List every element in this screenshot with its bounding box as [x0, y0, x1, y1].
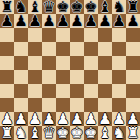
square-j5[interactable]	[126, 70, 140, 84]
piece-black-pawn[interactable]: ♟	[98, 14, 111, 28]
square-i1[interactable]: ♞	[112, 126, 126, 140]
piece-white-bishop[interactable]: ♝	[98, 126, 111, 140]
square-a9[interactable]: ♟	[0, 14, 14, 28]
square-f5[interactable]	[70, 70, 84, 84]
square-d4[interactable]	[42, 84, 56, 98]
piece-white-queen[interactable]: ♛	[42, 126, 55, 140]
square-c5[interactable]	[28, 70, 42, 84]
square-d5[interactable]	[42, 70, 56, 84]
piece-white-knight[interactable]: ♞	[14, 126, 27, 140]
square-e1[interactable]: ♚	[56, 126, 70, 140]
square-c6[interactable]	[28, 56, 42, 70]
square-e6[interactable]	[56, 56, 70, 70]
piece-white-knight[interactable]: ♞	[112, 126, 125, 140]
square-i7[interactable]	[112, 42, 126, 56]
square-f7[interactable]	[70, 42, 84, 56]
chess-board: ♜♞♝♛♚♚♚♝♞♜♟♟♟♟♟♟♟♟♟♟♟♟♟♟♟♟♟♟♟♟♜♞♝♛♚♚♚♝♞♜	[0, 0, 140, 140]
square-a4[interactable]	[0, 84, 14, 98]
square-i4[interactable]	[112, 84, 126, 98]
square-d1[interactable]: ♛	[42, 126, 56, 140]
square-j8[interactable]	[126, 28, 140, 42]
square-e9[interactable]: ♟	[56, 14, 70, 28]
piece-white-bishop[interactable]: ♝	[28, 126, 41, 140]
square-j7[interactable]	[126, 42, 140, 56]
square-c1[interactable]: ♝	[28, 126, 42, 140]
piece-white-king[interactable]: ♚	[70, 126, 83, 140]
square-h9[interactable]: ♟	[98, 14, 112, 28]
piece-white-rook[interactable]: ♜	[0, 126, 13, 140]
piece-white-king[interactable]: ♚	[56, 126, 69, 140]
square-b6[interactable]	[14, 56, 28, 70]
piece-white-king[interactable]: ♚	[84, 126, 97, 140]
square-f8[interactable]	[70, 28, 84, 42]
square-b5[interactable]	[14, 70, 28, 84]
square-b9[interactable]: ♟	[14, 14, 28, 28]
square-j1[interactable]: ♜	[126, 126, 140, 140]
piece-black-pawn[interactable]: ♟	[56, 14, 69, 28]
piece-black-pawn[interactable]: ♟	[112, 14, 125, 28]
square-d7[interactable]	[42, 42, 56, 56]
square-i8[interactable]	[112, 28, 126, 42]
piece-white-rook[interactable]: ♜	[126, 126, 139, 140]
square-h7[interactable]	[98, 42, 112, 56]
square-e7[interactable]	[56, 42, 70, 56]
square-g9[interactable]: ♟	[84, 14, 98, 28]
square-c9[interactable]: ♟	[28, 14, 42, 28]
square-b1[interactable]: ♞	[14, 126, 28, 140]
square-f4[interactable]	[70, 84, 84, 98]
square-e5[interactable]	[56, 70, 70, 84]
square-b4[interactable]	[14, 84, 28, 98]
square-h4[interactable]	[98, 84, 112, 98]
square-g5[interactable]	[84, 70, 98, 84]
piece-black-pawn[interactable]: ♟	[14, 14, 27, 28]
square-j6[interactable]	[126, 56, 140, 70]
square-f1[interactable]: ♚	[70, 126, 84, 140]
square-e4[interactable]	[56, 84, 70, 98]
square-g7[interactable]	[84, 42, 98, 56]
square-f9[interactable]: ♟	[70, 14, 84, 28]
square-c7[interactable]	[28, 42, 42, 56]
square-a5[interactable]	[0, 70, 14, 84]
square-i9[interactable]: ♟	[112, 14, 126, 28]
piece-black-pawn[interactable]: ♟	[42, 14, 55, 28]
square-a8[interactable]	[0, 28, 14, 42]
square-b7[interactable]	[14, 42, 28, 56]
square-f6[interactable]	[70, 56, 84, 70]
square-e8[interactable]	[56, 28, 70, 42]
piece-black-pawn[interactable]: ♟	[0, 14, 13, 28]
square-d6[interactable]	[42, 56, 56, 70]
square-h8[interactable]	[98, 28, 112, 42]
square-d9[interactable]: ♟	[42, 14, 56, 28]
piece-black-pawn[interactable]: ♟	[28, 14, 41, 28]
square-c8[interactable]	[28, 28, 42, 42]
square-j9[interactable]: ♟	[126, 14, 140, 28]
piece-black-pawn[interactable]: ♟	[126, 14, 139, 28]
square-g6[interactable]	[84, 56, 98, 70]
square-a1[interactable]: ♜	[0, 126, 14, 140]
square-g4[interactable]	[84, 84, 98, 98]
square-a7[interactable]	[0, 42, 14, 56]
square-h1[interactable]: ♝	[98, 126, 112, 140]
square-a6[interactable]	[0, 56, 14, 70]
square-j4[interactable]	[126, 84, 140, 98]
square-i6[interactable]	[112, 56, 126, 70]
piece-black-pawn[interactable]: ♟	[84, 14, 97, 28]
square-g8[interactable]	[84, 28, 98, 42]
square-h6[interactable]	[98, 56, 112, 70]
square-i5[interactable]	[112, 70, 126, 84]
piece-black-pawn[interactable]: ♟	[70, 14, 83, 28]
square-g1[interactable]: ♚	[84, 126, 98, 140]
square-c4[interactable]	[28, 84, 42, 98]
square-b8[interactable]	[14, 28, 28, 42]
square-h5[interactable]	[98, 70, 112, 84]
square-d8[interactable]	[42, 28, 56, 42]
